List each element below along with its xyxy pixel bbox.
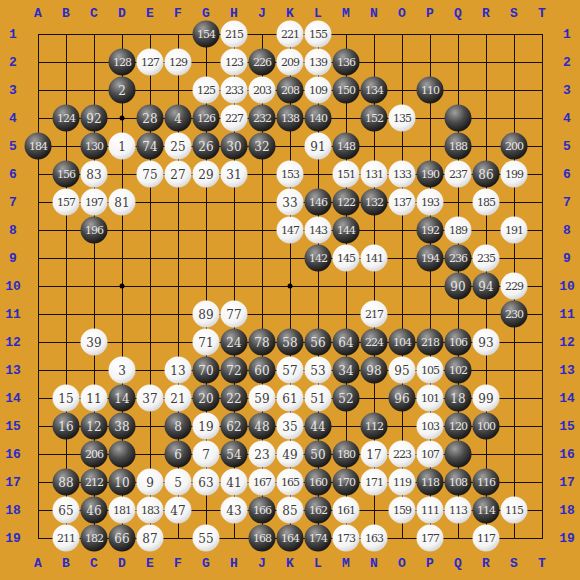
stone-black-Q5-move-188: 188 bbox=[445, 133, 472, 160]
col-label-bottom-S: S bbox=[510, 557, 518, 570]
stone-move-number: 16 bbox=[58, 420, 73, 432]
stone-move-number: 5 bbox=[174, 476, 182, 488]
stone-move-number: 203 bbox=[253, 85, 271, 96]
stone-move-number: 113 bbox=[449, 505, 467, 516]
stone-white-H17-move-41: 41 bbox=[221, 469, 248, 496]
stone-move-number: 92 bbox=[86, 112, 101, 124]
stone-move-number: 19 bbox=[198, 420, 213, 432]
stone-move-number: 21 bbox=[170, 392, 185, 404]
stone-white-D7-move-81: 81 bbox=[109, 189, 136, 216]
stone-move-number: 98 bbox=[366, 364, 381, 376]
stone-black-C18-move-46: 46 bbox=[81, 497, 108, 524]
stone-black-M3-move-150: 150 bbox=[333, 77, 360, 104]
stone-white-Q8-move-189: 189 bbox=[445, 217, 472, 244]
stone-white-O13-move-95: 95 bbox=[389, 357, 416, 384]
stone-move-number: 211 bbox=[57, 533, 75, 544]
stone-move-number: 49 bbox=[282, 448, 297, 460]
stone-move-number: 142 bbox=[309, 253, 327, 264]
stone-move-number: 72 bbox=[226, 364, 241, 376]
stone-white-G16-move-7: 7 bbox=[193, 441, 220, 468]
stone-white-M6-move-151: 151 bbox=[333, 161, 360, 188]
stone-white-K1-move-221: 221 bbox=[277, 21, 304, 48]
stone-move-number: 188 bbox=[449, 141, 467, 152]
stone-move-number: 192 bbox=[421, 225, 439, 236]
stone-move-number: 173 bbox=[337, 533, 355, 544]
stone-white-P15-move-103: 103 bbox=[417, 413, 444, 440]
stone-move-number: 77 bbox=[226, 308, 241, 320]
stone-white-D13-move-3: 3 bbox=[109, 357, 136, 384]
stone-black-C17-move-212: 212 bbox=[81, 469, 108, 496]
stone-move-number: 32 bbox=[254, 140, 269, 152]
row-label-right-19: 19 bbox=[559, 532, 575, 545]
stone-move-number: 100 bbox=[477, 421, 495, 432]
col-label-top-J: J bbox=[258, 7, 266, 20]
row-label-right-1: 1 bbox=[563, 28, 571, 41]
stone-move-number: 20 bbox=[198, 392, 213, 404]
stone-black-Q4-handicap bbox=[445, 105, 472, 132]
stone-white-O4-move-135: 135 bbox=[389, 105, 416, 132]
stone-black-N3-move-134: 134 bbox=[361, 77, 388, 104]
stone-move-number: 95 bbox=[394, 364, 409, 376]
stone-black-J13-move-60: 60 bbox=[249, 357, 276, 384]
stone-move-number: 162 bbox=[309, 505, 327, 516]
stone-white-M19-move-173: 173 bbox=[333, 525, 360, 552]
stone-move-number: 130 bbox=[85, 141, 103, 152]
row-label-right-6: 6 bbox=[563, 168, 571, 181]
col-label-top-O: O bbox=[398, 7, 406, 20]
row-label-left-3: 3 bbox=[9, 84, 17, 97]
stone-white-F2-move-129: 129 bbox=[165, 49, 192, 76]
col-label-top-D: D bbox=[118, 7, 126, 20]
stone-move-number: 52 bbox=[338, 392, 353, 404]
stone-white-P16-move-107: 107 bbox=[417, 441, 444, 468]
stone-black-D17-move-10: 10 bbox=[109, 469, 136, 496]
stone-move-number: 131 bbox=[365, 169, 383, 180]
stone-move-number: 46 bbox=[86, 504, 101, 516]
row-label-left-6: 6 bbox=[9, 168, 17, 181]
row-label-right-15: 15 bbox=[559, 420, 575, 433]
stone-move-number: 3 bbox=[118, 364, 126, 376]
stone-white-L13-move-53: 53 bbox=[305, 357, 332, 384]
stone-move-number: 14 bbox=[114, 392, 129, 404]
stone-move-number: 155 bbox=[309, 29, 327, 40]
stone-white-H1-move-215: 215 bbox=[221, 21, 248, 48]
stone-move-number: 112 bbox=[365, 421, 383, 432]
col-label-bottom-E: E bbox=[146, 557, 154, 570]
stone-black-P8-move-192: 192 bbox=[417, 217, 444, 244]
stone-black-M7-move-122: 122 bbox=[333, 189, 360, 216]
row-label-left-9: 9 bbox=[9, 252, 17, 265]
stone-move-number: 233 bbox=[225, 85, 243, 96]
stone-move-number: 28 bbox=[142, 112, 157, 124]
stone-move-number: 85 bbox=[282, 504, 297, 516]
stone-black-H15-move-62: 62 bbox=[221, 413, 248, 440]
stone-move-number: 139 bbox=[309, 57, 327, 68]
stone-move-number: 83 bbox=[86, 168, 101, 180]
stone-white-N17-move-171: 171 bbox=[361, 469, 388, 496]
stone-white-F14-move-21: 21 bbox=[165, 385, 192, 412]
stone-white-S18-move-115: 115 bbox=[501, 497, 528, 524]
stone-move-number: 63 bbox=[198, 476, 213, 488]
stone-move-number: 171 bbox=[365, 477, 383, 488]
stone-white-K18-move-85: 85 bbox=[277, 497, 304, 524]
stone-move-number: 148 bbox=[337, 141, 355, 152]
stone-black-N12-move-224: 224 bbox=[361, 329, 388, 356]
stone-move-number: 106 bbox=[449, 337, 467, 348]
stone-white-E2-move-127: 127 bbox=[137, 49, 164, 76]
col-label-top-S: S bbox=[510, 7, 518, 20]
stone-black-M14-move-52: 52 bbox=[333, 385, 360, 412]
stone-black-O12-move-104: 104 bbox=[389, 329, 416, 356]
stone-move-number: 78 bbox=[254, 336, 269, 348]
stone-white-M9-move-145: 145 bbox=[333, 245, 360, 272]
stone-white-D5-move-1: 1 bbox=[109, 133, 136, 160]
stone-move-number: 185 bbox=[477, 197, 495, 208]
stone-move-number: 56 bbox=[310, 336, 325, 348]
col-label-top-B: B bbox=[62, 7, 70, 20]
stone-white-K6-move-153: 153 bbox=[277, 161, 304, 188]
stone-white-P19-move-177: 177 bbox=[417, 525, 444, 552]
stone-black-P12-move-218: 218 bbox=[417, 329, 444, 356]
stone-black-J5-move-32: 32 bbox=[249, 133, 276, 160]
stone-white-E19-move-87: 87 bbox=[137, 525, 164, 552]
stone-move-number: 146 bbox=[309, 197, 327, 208]
stone-black-G14-move-20: 20 bbox=[193, 385, 220, 412]
row-label-right-17: 17 bbox=[559, 476, 575, 489]
stone-black-H16-move-54: 54 bbox=[221, 441, 248, 468]
stone-move-number: 15 bbox=[58, 392, 73, 404]
stone-move-number: 94 bbox=[478, 280, 493, 292]
stone-move-number: 105 bbox=[421, 365, 439, 376]
row-label-left-16: 16 bbox=[5, 448, 21, 461]
row-label-left-7: 7 bbox=[9, 196, 17, 209]
stone-black-R17-move-116: 116 bbox=[473, 469, 500, 496]
stone-black-H13-move-72: 72 bbox=[221, 357, 248, 384]
stone-white-N9-move-141: 141 bbox=[361, 245, 388, 272]
col-label-bottom-A: A bbox=[34, 557, 42, 570]
stone-white-J3-move-203: 203 bbox=[249, 77, 276, 104]
stone-black-Q17-move-108: 108 bbox=[445, 469, 472, 496]
row-label-left-10: 10 bbox=[5, 280, 21, 293]
stone-black-C5-move-130: 130 bbox=[81, 133, 108, 160]
star-point-D10 bbox=[120, 284, 125, 289]
row-label-right-7: 7 bbox=[563, 196, 571, 209]
stone-white-N11-move-217: 217 bbox=[361, 301, 388, 328]
stone-black-C15-move-12: 12 bbox=[81, 413, 108, 440]
stone-move-number: 133 bbox=[393, 169, 411, 180]
stone-move-number: 120 bbox=[449, 421, 467, 432]
row-label-right-18: 18 bbox=[559, 504, 575, 517]
row-label-left-14: 14 bbox=[5, 392, 21, 405]
col-label-bottom-T: T bbox=[538, 557, 546, 570]
stone-white-O17-move-119: 119 bbox=[389, 469, 416, 496]
stone-black-O14-move-96: 96 bbox=[389, 385, 416, 412]
stone-move-number: 152 bbox=[365, 113, 383, 124]
col-label-bottom-D: D bbox=[118, 557, 126, 570]
stone-move-number: 183 bbox=[141, 505, 159, 516]
stone-white-K2-move-209: 209 bbox=[277, 49, 304, 76]
col-label-top-G: G bbox=[202, 7, 210, 20]
row-label-left-4: 4 bbox=[9, 112, 17, 125]
stone-move-number: 235 bbox=[477, 253, 495, 264]
stone-black-Q15-move-120: 120 bbox=[445, 413, 472, 440]
stone-black-D14-move-14: 14 bbox=[109, 385, 136, 412]
stone-move-number: 208 bbox=[281, 85, 299, 96]
row-label-right-4: 4 bbox=[563, 112, 571, 125]
stone-white-G19-move-55: 55 bbox=[193, 525, 220, 552]
stone-move-number: 124 bbox=[57, 113, 75, 124]
stone-move-number: 119 bbox=[393, 477, 411, 488]
stone-black-F15-move-8: 8 bbox=[165, 413, 192, 440]
stone-white-J17-move-167: 167 bbox=[249, 469, 276, 496]
stone-move-number: 132 bbox=[365, 197, 383, 208]
stone-move-number: 10 bbox=[114, 476, 129, 488]
row-label-right-3: 3 bbox=[563, 84, 571, 97]
stone-move-number: 177 bbox=[421, 533, 439, 544]
col-label-bottom-G: G bbox=[202, 557, 210, 570]
stone-white-E18-move-183: 183 bbox=[137, 497, 164, 524]
stone-white-D18-move-181: 181 bbox=[109, 497, 136, 524]
stone-move-number: 237 bbox=[449, 169, 467, 180]
stone-black-L12-move-56: 56 bbox=[305, 329, 332, 356]
col-label-bottom-H: H bbox=[230, 557, 238, 570]
stone-white-N16-move-17: 17 bbox=[361, 441, 388, 468]
stone-move-number: 115 bbox=[505, 505, 523, 516]
stone-move-number: 4 bbox=[174, 112, 182, 124]
stone-move-number: 223 bbox=[393, 449, 411, 460]
stone-black-Q16-handicap bbox=[445, 441, 472, 468]
stone-white-K16-move-49: 49 bbox=[277, 441, 304, 468]
stone-move-number: 108 bbox=[449, 477, 467, 488]
stone-move-number: 167 bbox=[253, 477, 271, 488]
stone-move-number: 136 bbox=[337, 57, 355, 68]
stone-move-number: 17 bbox=[366, 448, 381, 460]
row-label-left-2: 2 bbox=[9, 56, 17, 69]
stone-move-number: 9 bbox=[146, 476, 154, 488]
stone-move-number: 23 bbox=[254, 448, 269, 460]
stone-move-number: 236 bbox=[449, 253, 467, 264]
stone-black-B6-move-156: 156 bbox=[53, 161, 80, 188]
stone-white-K8-move-147: 147 bbox=[277, 217, 304, 244]
stone-black-F16-move-6: 6 bbox=[165, 441, 192, 468]
stone-move-number: 200 bbox=[505, 141, 523, 152]
stone-black-B15-move-16: 16 bbox=[53, 413, 80, 440]
stone-move-number: 47 bbox=[170, 504, 185, 516]
stone-white-S6-move-199: 199 bbox=[501, 161, 528, 188]
stone-move-number: 180 bbox=[337, 449, 355, 460]
stone-move-number: 53 bbox=[310, 364, 325, 376]
stone-white-F5-move-25: 25 bbox=[165, 133, 192, 160]
stone-black-L19-move-174: 174 bbox=[305, 525, 332, 552]
stone-move-number: 50 bbox=[310, 448, 325, 460]
col-label-top-M: M bbox=[342, 7, 350, 20]
stone-black-N13-move-98: 98 bbox=[361, 357, 388, 384]
stone-white-N6-move-131: 131 bbox=[361, 161, 388, 188]
row-label-right-14: 14 bbox=[559, 392, 575, 405]
stone-black-J18-move-166: 166 bbox=[249, 497, 276, 524]
stone-move-number: 174 bbox=[309, 533, 327, 544]
stone-move-number: 125 bbox=[197, 85, 215, 96]
stone-move-number: 163 bbox=[365, 533, 383, 544]
stone-black-K12-move-58: 58 bbox=[277, 329, 304, 356]
stone-move-number: 194 bbox=[421, 253, 439, 264]
row-label-left-8: 8 bbox=[9, 224, 17, 237]
stone-black-R18-move-114: 114 bbox=[473, 497, 500, 524]
stone-white-B7-move-157: 157 bbox=[53, 189, 80, 216]
stone-black-M16-move-180: 180 bbox=[333, 441, 360, 468]
stone-move-number: 60 bbox=[254, 364, 269, 376]
stone-move-number: 24 bbox=[226, 336, 241, 348]
stone-move-number: 209 bbox=[281, 57, 299, 68]
stone-black-P9-move-194: 194 bbox=[417, 245, 444, 272]
stone-move-number: 57 bbox=[282, 364, 297, 376]
stone-black-M5-move-148: 148 bbox=[333, 133, 360, 160]
stone-move-number: 184 bbox=[29, 141, 47, 152]
star-point-D4 bbox=[120, 116, 125, 121]
stone-black-L15-move-44: 44 bbox=[305, 413, 332, 440]
stone-move-number: 1 bbox=[118, 140, 126, 152]
stone-black-L9-move-142: 142 bbox=[305, 245, 332, 272]
stone-white-O18-move-159: 159 bbox=[389, 497, 416, 524]
row-label-left-18: 18 bbox=[5, 504, 21, 517]
stone-black-M12-move-64: 64 bbox=[333, 329, 360, 356]
stone-black-F4-move-4: 4 bbox=[165, 105, 192, 132]
stone-move-number: 34 bbox=[338, 364, 353, 376]
stone-move-number: 127 bbox=[141, 57, 159, 68]
stone-move-number: 114 bbox=[477, 505, 495, 516]
stone-white-O6-move-133: 133 bbox=[389, 161, 416, 188]
stone-black-D3-move-2: 2 bbox=[109, 77, 136, 104]
stone-move-number: 54 bbox=[226, 448, 241, 460]
stone-black-C4-move-92: 92 bbox=[81, 105, 108, 132]
stone-black-L17-move-160: 160 bbox=[305, 469, 332, 496]
stone-move-number: 90 bbox=[450, 280, 465, 292]
stone-white-E6-move-75: 75 bbox=[137, 161, 164, 188]
stone-move-number: 123 bbox=[225, 57, 243, 68]
stone-move-number: 74 bbox=[142, 140, 157, 152]
row-label-left-19: 19 bbox=[5, 532, 21, 545]
stone-move-number: 48 bbox=[254, 420, 269, 432]
stone-black-D19-move-66: 66 bbox=[109, 525, 136, 552]
stone-move-number: 89 bbox=[198, 308, 213, 320]
row-label-right-9: 9 bbox=[563, 252, 571, 265]
stone-black-G4-move-126: 126 bbox=[193, 105, 220, 132]
stone-white-R9-move-235: 235 bbox=[473, 245, 500, 272]
stone-move-number: 66 bbox=[114, 532, 129, 544]
stone-white-K13-move-57: 57 bbox=[277, 357, 304, 384]
stone-black-S5-move-200: 200 bbox=[501, 133, 528, 160]
stone-move-number: 135 bbox=[393, 113, 411, 124]
stone-move-number: 129 bbox=[169, 57, 187, 68]
col-label-top-R: R bbox=[482, 7, 490, 20]
stone-black-H14-move-22: 22 bbox=[221, 385, 248, 412]
stone-black-C19-move-182: 182 bbox=[81, 525, 108, 552]
stone-black-R10-move-94: 94 bbox=[473, 273, 500, 300]
stone-black-J2-move-226: 226 bbox=[249, 49, 276, 76]
stone-move-number: 164 bbox=[281, 533, 299, 544]
stone-move-number: 182 bbox=[85, 533, 103, 544]
stone-white-H18-move-43: 43 bbox=[221, 497, 248, 524]
stone-white-S10-move-229: 229 bbox=[501, 273, 528, 300]
grid-line-vertical bbox=[542, 34, 543, 539]
stone-white-F18-move-47: 47 bbox=[165, 497, 192, 524]
stone-black-J15-move-48: 48 bbox=[249, 413, 276, 440]
stone-move-number: 137 bbox=[393, 197, 411, 208]
stone-white-G12-move-71: 71 bbox=[193, 329, 220, 356]
col-label-top-P: P bbox=[426, 7, 434, 20]
row-label-right-11: 11 bbox=[559, 308, 575, 321]
stone-black-C16-move-206: 206 bbox=[81, 441, 108, 468]
stone-black-J4-move-232: 232 bbox=[249, 105, 276, 132]
stone-move-number: 134 bbox=[365, 85, 383, 96]
stone-move-number: 88 bbox=[58, 476, 73, 488]
stone-white-F6-move-27: 27 bbox=[165, 161, 192, 188]
stone-black-G1-move-154: 154 bbox=[193, 21, 220, 48]
stone-white-S8-move-191: 191 bbox=[501, 217, 528, 244]
stone-move-number: 126 bbox=[197, 113, 215, 124]
stone-move-number: 55 bbox=[198, 532, 213, 544]
stone-black-Q10-move-90: 90 bbox=[445, 273, 472, 300]
stone-move-number: 99 bbox=[478, 392, 493, 404]
stone-black-L4-move-140: 140 bbox=[305, 105, 332, 132]
stone-move-number: 27 bbox=[170, 168, 185, 180]
stone-move-number: 101 bbox=[421, 393, 439, 404]
stone-black-D2-move-128: 128 bbox=[109, 49, 136, 76]
stone-move-number: 212 bbox=[85, 477, 103, 488]
stone-move-number: 226 bbox=[253, 57, 271, 68]
stone-move-number: 64 bbox=[338, 336, 353, 348]
stone-white-K7-move-33: 33 bbox=[277, 189, 304, 216]
stone-white-P13-move-105: 105 bbox=[417, 357, 444, 384]
go-board[interactable]: AABBCCDDEEFFGGHHJJKKLLMMNNOOPPQQRRSSTT11… bbox=[0, 0, 580, 580]
stone-black-E5-move-74: 74 bbox=[137, 133, 164, 160]
col-label-top-H: H bbox=[230, 7, 238, 20]
stone-move-number: 35 bbox=[282, 420, 297, 432]
stone-black-K4-move-138: 138 bbox=[277, 105, 304, 132]
stone-white-B18-move-65: 65 bbox=[53, 497, 80, 524]
star-point-K10 bbox=[288, 284, 293, 289]
stone-white-R7-move-185: 185 bbox=[473, 189, 500, 216]
stone-move-number: 165 bbox=[281, 477, 299, 488]
stone-white-H11-move-77: 77 bbox=[221, 301, 248, 328]
stone-white-L8-move-143: 143 bbox=[305, 217, 332, 244]
row-label-right-12: 12 bbox=[559, 336, 575, 349]
stone-move-number: 157 bbox=[57, 197, 75, 208]
stone-move-number: 191 bbox=[505, 225, 523, 236]
stone-move-number: 104 bbox=[393, 337, 411, 348]
stone-move-number: 65 bbox=[58, 504, 73, 516]
stone-move-number: 38 bbox=[114, 420, 129, 432]
stone-black-L16-move-50: 50 bbox=[305, 441, 332, 468]
col-label-bottom-M: M bbox=[342, 557, 350, 570]
stone-black-Q9-move-236: 236 bbox=[445, 245, 472, 272]
stone-black-M8-move-144: 144 bbox=[333, 217, 360, 244]
stone-move-number: 138 bbox=[281, 113, 299, 124]
stone-move-number: 39 bbox=[86, 336, 101, 348]
stone-white-R12-move-93: 93 bbox=[473, 329, 500, 356]
stone-move-number: 232 bbox=[253, 113, 271, 124]
stone-black-R6-move-86: 86 bbox=[473, 161, 500, 188]
stone-white-F13-move-13: 13 bbox=[165, 357, 192, 384]
stone-white-O7-move-137: 137 bbox=[389, 189, 416, 216]
stone-white-G6-move-29: 29 bbox=[193, 161, 220, 188]
stone-black-H12-move-24: 24 bbox=[221, 329, 248, 356]
stone-move-number: 107 bbox=[421, 449, 439, 460]
stone-black-A5-move-184: 184 bbox=[25, 133, 52, 160]
row-label-left-15: 15 bbox=[5, 420, 21, 433]
stone-move-number: 86 bbox=[478, 168, 493, 180]
stone-move-number: 143 bbox=[309, 225, 327, 236]
